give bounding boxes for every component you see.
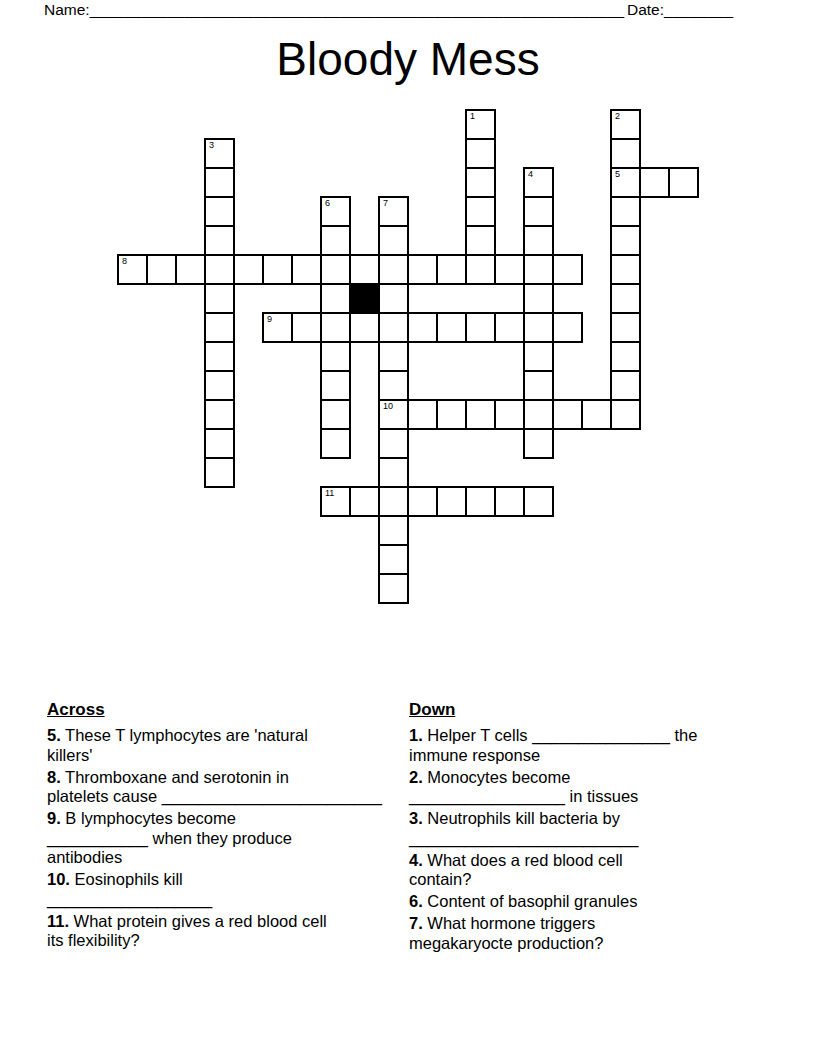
down-clue-4: 4. What does a red blood cell contain?	[409, 851, 771, 890]
grid-cell-r10c7[interactable]	[320, 399, 351, 430]
grid-cell-r15c9[interactable]	[378, 544, 409, 575]
crossword-worksheet-page: Name:___________________________________…	[0, 0, 816, 1056]
across-heading: Across	[47, 700, 405, 720]
grid-cell-r9c9[interactable]	[378, 370, 409, 401]
grid-cell-r5c14[interactable]	[523, 254, 554, 285]
clue-number-label: 2.	[409, 768, 423, 786]
grid-cell-r7c8[interactable]	[349, 312, 380, 343]
clue-number-label: 4.	[409, 851, 423, 869]
grid-cell-r4c3[interactable]	[204, 225, 235, 256]
grid-cell-r10c10[interactable]	[407, 399, 438, 430]
grid-cell-r6c3[interactable]	[204, 283, 235, 314]
grid-cell-r11c9[interactable]	[378, 428, 409, 459]
clue-number-label: 7.	[409, 914, 423, 932]
puzzle-title: Bloody Mess	[0, 32, 816, 87]
clue-number-label: 5.	[47, 726, 61, 744]
grid-cell-r4c7[interactable]	[320, 225, 351, 256]
grid-cell-r13c10[interactable]	[407, 486, 438, 517]
clue-text: Thromboxane and serotonin in platelets c…	[47, 768, 382, 806]
clue-text: Neutrophils kill bacteria by ___________…	[409, 809, 638, 847]
grid-cell-r5c17[interactable]	[610, 254, 641, 285]
grid-cell-r7c13[interactable]	[494, 312, 525, 343]
grid-cell-r0c17[interactable]: 2	[610, 109, 641, 140]
grid-cell-r7c5[interactable]: 9	[262, 312, 293, 343]
clue-text: These T lymphocytes are 'natural killers…	[47, 726, 308, 764]
grid-cell-r4c14[interactable]	[523, 225, 554, 256]
grid-cell-r8c9[interactable]	[378, 341, 409, 372]
cell-number-6: 6	[325, 199, 330, 208]
name-field: Name:___________________________________…	[44, 0, 624, 20]
cell-number-11: 11	[325, 489, 334, 498]
grid-cell-r10c17[interactable]	[610, 399, 641, 430]
clue-text: Eosinophils kill __________________	[47, 870, 212, 908]
cell-number-10: 10	[383, 402, 393, 411]
grid-cell-r1c17[interactable]	[610, 138, 641, 169]
grid-cell-r10c12[interactable]	[465, 399, 496, 430]
grid-cell-r5c11[interactable]	[436, 254, 467, 285]
date-label: Date:	[627, 1, 664, 18]
clue-text: Monocytes become _________________ in ti…	[409, 768, 638, 806]
across-clue-9: 9. B lymphocytes become ___________ when…	[47, 809, 405, 868]
grid-cell-r13c8[interactable]	[349, 486, 380, 517]
grid-cell-r11c7[interactable]	[320, 428, 351, 459]
grid-cell-r3c12[interactable]	[465, 196, 496, 227]
grid-cell-r5c5[interactable]	[262, 254, 293, 285]
grid-cell-r11c14[interactable]	[523, 428, 554, 459]
grid-cell-r9c17[interactable]	[610, 370, 641, 401]
grid-cell-r5c7[interactable]	[320, 254, 351, 285]
grid-cell-r5c13[interactable]	[494, 254, 525, 285]
grid-cell-r5c12[interactable]	[465, 254, 496, 285]
grid-cell-r5c6[interactable]	[291, 254, 322, 285]
grid-cell-r7c9[interactable]	[378, 312, 409, 343]
grid-cell-r12c9[interactable]	[378, 457, 409, 488]
grid-cell-r10c11[interactable]	[436, 399, 467, 430]
grid-cell-r2c12[interactable]	[465, 167, 496, 198]
grid-cell-r4c17[interactable]	[610, 225, 641, 256]
down-clue-1: 1. Helper T cells _______________ the im…	[409, 726, 771, 765]
grid-cell-r2c17[interactable]: 5	[610, 167, 641, 198]
grid-cell-r5c10[interactable]	[407, 254, 438, 285]
grid-cell-r7c11[interactable]	[436, 312, 467, 343]
grid-cell-r8c3[interactable]	[204, 341, 235, 372]
cell-number-9: 9	[267, 315, 272, 324]
grid-cell-r5c4[interactable]	[233, 254, 264, 285]
grid-cell-r10c13[interactable]	[494, 399, 525, 430]
clue-text: B lymphocytes become ___________ when th…	[47, 809, 292, 866]
down-clue-2: 2. Monocytes become _________________ in…	[409, 768, 771, 807]
grid-cell-r10c14[interactable]	[523, 399, 554, 430]
grid-cell-r13c7[interactable]: 11	[320, 486, 351, 517]
grid-cell-r0c12[interactable]: 1	[465, 109, 496, 140]
grid-cell-r6c9[interactable]	[378, 283, 409, 314]
cell-number-5: 5	[615, 170, 620, 179]
grid-cell-r10c3[interactable]	[204, 399, 235, 430]
grid-cell-r11c3[interactable]	[204, 428, 235, 459]
grid-cell-r12c3[interactable]	[204, 457, 235, 488]
grid-cell-r2c3[interactable]	[204, 167, 235, 198]
down-clues-section: Down 1. Helper T cells _______________ t…	[409, 700, 771, 956]
down-clue-7: 7. What hormone triggers megakaryocte pr…	[409, 914, 771, 953]
clue-number-label: 3.	[409, 809, 423, 827]
grid-cell-r3c3[interactable]	[204, 196, 235, 227]
across-clue-11: 11. What protein gives a red blood cell …	[47, 912, 405, 951]
grid-cell-r13c14[interactable]	[523, 486, 554, 517]
grid-cell-r2c14[interactable]: 4	[523, 167, 554, 198]
grid-cell-r8c7[interactable]	[320, 341, 351, 372]
grid-cell-r13c11[interactable]	[436, 486, 467, 517]
cell-number-7: 7	[383, 199, 388, 208]
grid-cell-r9c14[interactable]	[523, 370, 554, 401]
clue-text: Content of basophil granules	[423, 892, 638, 910]
grid-cell-r3c17[interactable]	[610, 196, 641, 227]
down-clue-3: 3. Neutrophils kill bacteria by ________…	[409, 809, 771, 848]
name-blank-line[interactable]: ________________________________________…	[90, 1, 624, 18]
grid-cell-r3c7[interactable]: 6	[320, 196, 351, 227]
grid-cell-r4c9[interactable]	[378, 225, 409, 256]
grid-cell-r13c13[interactable]	[494, 486, 525, 517]
grid-cell-r10c16[interactable]	[581, 399, 612, 430]
cell-number-3: 3	[209, 141, 214, 150]
cell-number-8: 8	[122, 257, 127, 266]
clue-text: What protein gives a red blood cell its …	[47, 912, 327, 950]
clue-number-label: 9.	[47, 809, 61, 827]
grid-cell-r7c6[interactable]	[291, 312, 322, 343]
grid-cell-r8c17[interactable]	[610, 341, 641, 372]
crossword-grid: 1234567891011	[117, 109, 699, 604]
grid-cell-r5c1[interactable]	[146, 254, 177, 285]
clue-number-label: 11.	[47, 912, 69, 930]
down-clue-6: 6. Content of basophil granules	[409, 892, 771, 912]
grid-cell-r2c19[interactable]	[668, 167, 699, 198]
name-label: Name:	[44, 1, 90, 18]
grid-cell-r4c12[interactable]	[465, 225, 496, 256]
grid-cell-r7c12[interactable]	[465, 312, 496, 343]
grid-cell-r7c10[interactable]	[407, 312, 438, 343]
blocked-cell	[349, 283, 380, 314]
across-clue-8: 8. Thromboxane and serotonin in platelet…	[47, 768, 405, 807]
grid-cell-r3c14[interactable]	[523, 196, 554, 227]
grid-cell-r5c0[interactable]: 8	[117, 254, 148, 285]
grid-cell-r7c15[interactable]	[552, 312, 583, 343]
grid-cell-r6c14[interactable]	[523, 283, 554, 314]
grid-cell-r7c7[interactable]	[320, 312, 351, 343]
clue-number-label: 6.	[409, 892, 423, 910]
across-clue-10: 10. Eosinophils kill __________________	[47, 870, 405, 909]
grid-cell-r8c14[interactable]	[523, 341, 554, 372]
clue-number-label: 1.	[409, 726, 423, 744]
across-clues-section: Across 5. These T lymphocytes are 'natur…	[47, 700, 405, 953]
grid-cell-r6c17[interactable]	[610, 283, 641, 314]
grid-cell-r5c3[interactable]	[204, 254, 235, 285]
grid-cell-r3c9[interactable]: 7	[378, 196, 409, 227]
grid-cell-r10c9[interactable]: 10	[378, 399, 409, 430]
grid-cell-r5c15[interactable]	[552, 254, 583, 285]
grid-cell-r7c17[interactable]	[610, 312, 641, 343]
grid-cell-r1c3[interactable]: 3	[204, 138, 235, 169]
clue-number-label: 8.	[47, 768, 61, 786]
down-heading: Down	[409, 700, 771, 720]
grid-cell-r13c12[interactable]	[465, 486, 496, 517]
clue-text: What hormone triggers megakaryocte produ…	[409, 914, 603, 952]
grid-cell-r16c9[interactable]	[378, 573, 409, 604]
grid-cell-r5c9[interactable]	[378, 254, 409, 285]
grid-cell-r14c9[interactable]	[378, 515, 409, 546]
grid-cell-r9c7[interactable]	[320, 370, 351, 401]
grid-cell-r7c3[interactable]	[204, 312, 235, 343]
grid-cell-r10c15[interactable]	[552, 399, 583, 430]
date-blank-line[interactable]: ________	[664, 1, 733, 18]
date-field: Date:________	[627, 0, 733, 20]
down-clue-list: 1. Helper T cells _______________ the im…	[409, 726, 771, 953]
grid-cell-r7c14[interactable]	[523, 312, 554, 343]
grid-cell-r6c7[interactable]	[320, 283, 351, 314]
across-clue-list: 5. These T lymphocytes are 'natural kill…	[47, 726, 405, 951]
across-clue-5: 5. These T lymphocytes are 'natural kill…	[47, 726, 405, 765]
clue-number-label: 10.	[47, 870, 70, 888]
grid-cell-r13c9[interactable]	[378, 486, 409, 517]
cell-number-2: 2	[615, 112, 620, 121]
clue-text: Helper T cells _______________ the immun…	[409, 726, 697, 764]
cell-number-4: 4	[528, 170, 533, 179]
cell-number-1: 1	[470, 112, 475, 121]
clue-text: What does a red blood cell contain?	[409, 851, 623, 889]
grid-cell-r9c3[interactable]	[204, 370, 235, 401]
grid-cell-r2c18[interactable]	[639, 167, 670, 198]
grid-cell-r5c8[interactable]	[349, 254, 380, 285]
grid-cell-r1c12[interactable]	[465, 138, 496, 169]
grid-cell-r5c2[interactable]	[175, 254, 206, 285]
